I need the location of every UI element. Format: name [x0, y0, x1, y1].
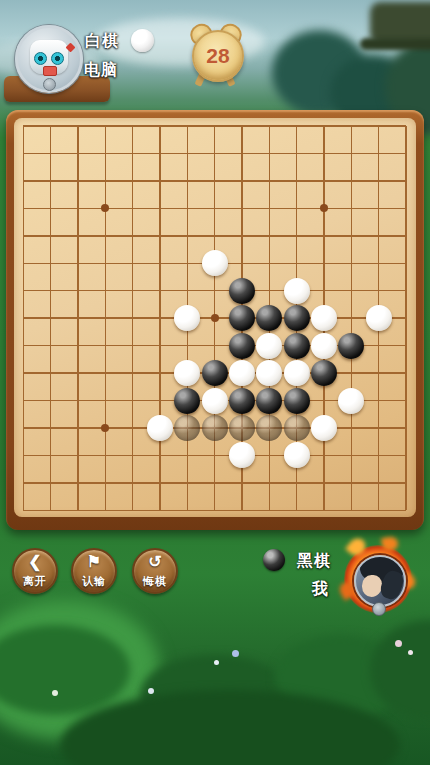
grid-line-h — [23, 455, 406, 457]
flower — [214, 660, 219, 665]
black-stone — [311, 360, 337, 386]
star-point — [320, 204, 328, 212]
timer-value: 28 — [206, 44, 229, 68]
grid-line-h — [23, 510, 406, 512]
pagoda-roof — [360, 38, 430, 50]
star-point — [101, 424, 109, 432]
ghost-stone — [174, 415, 200, 441]
black-stone — [229, 388, 255, 414]
flower — [52, 690, 58, 696]
player-avatar[interactable] — [343, 540, 413, 616]
white-stone — [202, 388, 228, 414]
white-stone — [284, 278, 310, 304]
black-stone — [338, 333, 364, 359]
white-stone-indicator — [131, 29, 154, 52]
grid-line-v — [405, 126, 407, 510]
star-point — [211, 314, 219, 322]
white-stone — [256, 360, 282, 386]
leave-button[interactable]: ❮ 离开 — [12, 548, 58, 594]
white-stone — [311, 333, 337, 359]
alarm-clock-timer: 28 — [188, 22, 244, 86]
white-stone — [338, 388, 364, 414]
board-grid[interactable] — [23, 126, 406, 510]
white-stone — [202, 250, 228, 276]
white-stone — [284, 442, 310, 468]
ghost-stone — [202, 415, 228, 441]
black-stone — [256, 305, 282, 331]
black-stone — [174, 388, 200, 414]
white-stone — [311, 305, 337, 331]
black-stone — [256, 388, 282, 414]
undo-icon: ↺ — [134, 552, 176, 571]
player-name: 我 — [312, 579, 329, 600]
board-panel — [14, 118, 416, 517]
player-portrait — [354, 555, 406, 607]
ghost-stone — [229, 415, 255, 441]
ghost-stone — [256, 415, 282, 441]
star-point — [101, 204, 109, 212]
black-stone-indicator — [263, 549, 285, 571]
black-stone — [229, 278, 255, 304]
undo-button[interactable]: ↺ 悔棋 — [132, 548, 178, 594]
ghost-stone — [284, 415, 310, 441]
opponent-piece-label: 白棋 — [85, 31, 119, 52]
flower — [232, 650, 239, 657]
player-piece-label: 黑棋 — [297, 551, 331, 572]
white-stone — [256, 333, 282, 359]
black-stone — [284, 388, 310, 414]
black-stone — [229, 305, 255, 331]
white-stone — [229, 442, 255, 468]
white-stone — [311, 415, 337, 441]
surrender-flag-icon: ⚑ — [73, 552, 115, 571]
white-stone — [229, 360, 255, 386]
game-screen: 白棋 电脑 28 ❮ 离开 ⚑ 认输 ↺ 悔棋 黑棋 我 — [0, 0, 430, 765]
white-stone — [174, 360, 200, 386]
grid-line-v — [351, 126, 353, 510]
white-stone — [147, 415, 173, 441]
resign-button[interactable]: ⚑ 认输 — [71, 548, 117, 594]
white-stone — [174, 305, 200, 331]
grid-line-h — [23, 482, 406, 484]
black-stone — [284, 333, 310, 359]
black-stone — [202, 360, 228, 386]
flower — [395, 640, 402, 647]
opponent-name: 电脑 — [84, 60, 118, 81]
back-icon: ❮ — [14, 552, 56, 571]
board-frame — [6, 110, 424, 530]
white-stone — [366, 305, 392, 331]
white-stone — [284, 360, 310, 386]
black-stone — [229, 333, 255, 359]
black-stone — [284, 305, 310, 331]
flower — [148, 688, 154, 694]
flower — [408, 650, 413, 655]
opponent-avatar[interactable] — [15, 25, 83, 93]
robot-face-icon — [30, 40, 68, 74]
